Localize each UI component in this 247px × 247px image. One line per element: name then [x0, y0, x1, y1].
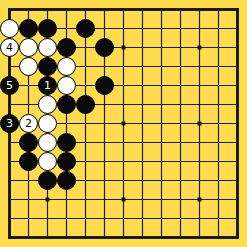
white-stone: [38, 95, 57, 114]
black-stone: [76, 19, 95, 38]
white-stone: [0, 19, 19, 38]
black-stone: [38, 57, 57, 76]
black-stone: [19, 152, 38, 171]
black-stone: [76, 95, 95, 114]
black-stone: [57, 133, 76, 152]
white-stone-move-4: 4: [0, 38, 19, 57]
white-stone: [57, 57, 76, 76]
black-stone: [38, 171, 57, 190]
white-stone-move-2: 2: [19, 114, 38, 133]
black-stone: [95, 76, 114, 95]
white-stone: [19, 57, 38, 76]
white-stone: [38, 114, 57, 133]
black-stone-move-1: 1: [38, 76, 57, 95]
black-stone: [57, 95, 76, 114]
black-stone: [57, 171, 76, 190]
go-board[interactable]: 45132: [0, 0, 247, 247]
white-stone: [38, 38, 57, 57]
white-stone: [57, 76, 76, 95]
white-stone: [19, 38, 38, 57]
white-stone: [38, 133, 57, 152]
black-stone-move-3: 3: [0, 114, 19, 133]
black-stone: [19, 19, 38, 38]
black-stone: [57, 38, 76, 57]
black-stone: [95, 38, 114, 57]
black-stone: [19, 133, 38, 152]
black-stone-move-5: 5: [0, 76, 19, 95]
black-stone: [57, 152, 76, 171]
stones-layer: 45132: [0, 0, 247, 247]
black-stone: [38, 19, 57, 38]
white-stone: [38, 152, 57, 171]
